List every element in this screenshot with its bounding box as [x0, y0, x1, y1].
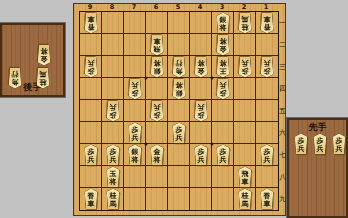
piece-kanji: 将 — [41, 47, 48, 55]
piece-kanji: 兵 — [336, 144, 343, 152]
piece-kanji: 将 — [220, 59, 227, 67]
piece-sente-99[interactable]: 香車 — [82, 189, 101, 210]
piece-kanji: 歩 — [154, 111, 161, 119]
cell-59[interactable] — [168, 188, 190, 210]
piece-gote-21[interactable]: 桂馬 — [236, 13, 255, 34]
file-label: 9 — [79, 4, 101, 11]
piece-kanji: 兵 — [110, 103, 117, 111]
piece-gote-62[interactable]: 飛車 — [148, 35, 167, 56]
cell-24[interactable] — [234, 78, 256, 100]
rank-label: 四 — [278, 78, 287, 100]
cell-44[interactable] — [190, 78, 212, 100]
cell-35[interactable] — [212, 100, 234, 122]
piece-kanji: 香 — [264, 23, 271, 31]
piece-sente-67[interactable]: 金将 — [148, 145, 167, 166]
piece-kanji: 車 — [264, 15, 271, 23]
rank-label: 二 — [278, 34, 287, 56]
cell-41[interactable] — [190, 12, 212, 34]
piece-kanji: 歩 — [198, 111, 205, 119]
piece-kanji: 歩 — [242, 67, 249, 75]
piece-kanji: 兵 — [176, 133, 183, 141]
cell-18[interactable] — [256, 166, 278, 188]
file-label: 1 — [255, 4, 277, 11]
file-label: 4 — [189, 4, 211, 11]
piece-kanji: 将 — [220, 37, 227, 45]
piece-sente-87[interactable]: 歩兵 — [104, 145, 123, 166]
cell-96[interactable] — [80, 122, 102, 144]
cell-71[interactable] — [124, 12, 146, 34]
hand-piece-sente-2[interactable]: 歩兵 — [330, 134, 348, 155]
cell-42[interactable] — [190, 34, 212, 56]
cell-95[interactable] — [80, 100, 102, 122]
piece-kanji: 角 — [176, 67, 183, 75]
cell-73[interactable] — [124, 56, 146, 78]
hand-piece-gote-0[interactable]: 金将 — [35, 45, 54, 66]
piece-kanji: 歩 — [132, 89, 139, 97]
piece-kanji: 兵 — [220, 81, 227, 89]
piece-kanji: 行 — [176, 59, 183, 67]
cell-84[interactable] — [102, 78, 124, 100]
piece-sente-89[interactable]: 桂馬 — [104, 189, 123, 210]
file-label: 8 — [101, 4, 123, 11]
rank-coordinates: 一二三四五六七八九 — [278, 12, 287, 210]
piece-kanji: 金 — [220, 45, 227, 53]
piece-kanji: 兵 — [88, 155, 95, 163]
file-coordinates: 987654321 — [79, 4, 277, 11]
cell-75[interactable] — [124, 100, 146, 122]
hand-piece-sente-0[interactable]: 歩兵 — [292, 134, 311, 155]
piece-kanji: 銀 — [154, 67, 161, 75]
gote-hand-stand: 後手 金将角行桂馬 — [0, 23, 65, 97]
piece-kanji: 将 — [110, 177, 117, 185]
sente-hand-stand: 先手 歩兵歩兵歩兵 — [287, 118, 348, 218]
cell-79[interactable] — [124, 188, 146, 210]
piece-gote-63[interactable]: 銀将 — [148, 57, 167, 78]
rank-label: 五 — [278, 100, 287, 122]
shogi-board: 987654321 一二三四五六七八九 香車銀将桂馬香車飛車金将歩兵銀将角行金将… — [73, 3, 286, 216]
cell-14[interactable] — [256, 78, 278, 100]
rank-label: 三 — [278, 56, 287, 78]
piece-gote-33[interactable]: 王将 — [214, 57, 233, 78]
hand-piece-sente-1[interactable]: 歩兵 — [311, 134, 330, 155]
piece-kanji: 将 — [132, 155, 139, 163]
piece-kanji: 銀 — [176, 89, 183, 97]
rank-label: 九 — [278, 188, 287, 210]
piece-kanji: 兵 — [132, 133, 139, 141]
piece-kanji: 将 — [154, 155, 161, 163]
piece-kanji: 車 — [88, 199, 95, 207]
cell-15[interactable] — [256, 100, 278, 122]
piece-sente-88[interactable]: 玉将 — [104, 167, 123, 188]
piece-kanji: 兵 — [220, 155, 227, 163]
piece-kanji: 将 — [154, 59, 161, 67]
cell-27[interactable] — [234, 144, 256, 166]
piece-kanji: 歩 — [88, 67, 95, 75]
cell-46[interactable] — [190, 122, 212, 144]
piece-gote-53[interactable]: 角行 — [170, 57, 189, 78]
piece-kanji: 飛 — [154, 45, 161, 53]
piece-kanji: 兵 — [154, 103, 161, 111]
piece-gote-85[interactable]: 歩兵 — [104, 101, 123, 122]
piece-kanji: 歩 — [110, 111, 117, 119]
cell-22[interactable] — [234, 34, 256, 56]
piece-gote-11[interactable]: 香車 — [258, 13, 277, 34]
cell-61[interactable] — [146, 12, 168, 34]
piece-gote-43[interactable]: 金将 — [192, 57, 211, 78]
rank-label: 六 — [278, 122, 287, 144]
cell-92[interactable] — [80, 34, 102, 56]
cell-25[interactable] — [234, 100, 256, 122]
piece-gote-45[interactable]: 歩兵 — [192, 101, 211, 122]
piece-kanji: 兵 — [88, 59, 95, 67]
piece-kanji: 歩 — [264, 67, 271, 75]
piece-kanji: 王 — [220, 67, 227, 75]
piece-kanji: 兵 — [198, 155, 205, 163]
cell-78[interactable] — [124, 166, 146, 188]
cell-86[interactable] — [102, 122, 124, 144]
piece-gote-74[interactable]: 歩兵 — [126, 79, 145, 100]
piece-kanji: 車 — [154, 37, 161, 45]
cell-26[interactable] — [234, 122, 256, 144]
rank-label: 一 — [278, 12, 287, 34]
file-label: 3 — [211, 4, 233, 11]
piece-kanji: 金 — [41, 55, 48, 63]
cell-69[interactable] — [146, 188, 168, 210]
piece-sente-19[interactable]: 香車 — [258, 189, 277, 210]
piece-sente-17[interactable]: 歩兵 — [258, 145, 277, 166]
piece-gote-65[interactable]: 歩兵 — [148, 101, 167, 122]
piece-sente-77[interactable]: 銀将 — [126, 145, 145, 166]
piece-kanji: 兵 — [132, 81, 139, 89]
piece-kanji: 歩 — [220, 89, 227, 97]
cell-58[interactable] — [168, 166, 190, 188]
piece-kanji: 兵 — [110, 155, 117, 163]
piece-gote-13[interactable]: 歩兵 — [258, 57, 277, 78]
piece-kanji: 角 — [12, 78, 19, 86]
piece-kanji: 将 — [198, 59, 205, 67]
cell-64[interactable] — [146, 78, 168, 100]
piece-gote-34[interactable]: 歩兵 — [214, 79, 233, 100]
hand-piece-gote-2[interactable]: 桂馬 — [34, 68, 53, 89]
piece-sente-28[interactable]: 飛車 — [236, 167, 255, 188]
cell-48[interactable] — [190, 166, 212, 188]
cell-66[interactable] — [146, 122, 168, 144]
cell-49[interactable] — [190, 188, 212, 210]
piece-kanji: 馬 — [40, 70, 47, 78]
cell-94[interactable] — [80, 78, 102, 100]
cell-55[interactable] — [168, 100, 190, 122]
piece-kanji: 車 — [88, 15, 95, 23]
cell-36[interactable] — [212, 122, 234, 144]
file-label: 2 — [233, 4, 255, 11]
piece-kanji: 馬 — [242, 199, 249, 207]
file-label: 6 — [145, 4, 167, 11]
piece-kanji: 桂 — [242, 23, 249, 31]
sente-label: 先手 — [289, 121, 346, 134]
cell-39[interactable] — [212, 188, 234, 210]
piece-gote-54[interactable]: 銀将 — [170, 79, 189, 100]
cell-57[interactable] — [168, 144, 190, 166]
piece-gote-32[interactable]: 金将 — [214, 35, 233, 56]
cell-51[interactable] — [168, 12, 190, 34]
piece-sente-47[interactable]: 歩兵 — [192, 145, 211, 166]
cell-16[interactable] — [256, 122, 278, 144]
cell-82[interactable] — [102, 34, 124, 56]
hand-piece-gote-1[interactable]: 角行 — [6, 68, 25, 89]
piece-kanji: 兵 — [198, 103, 205, 111]
piece-kanji: 香 — [88, 23, 95, 31]
piece-gote-93[interactable]: 歩兵 — [82, 57, 101, 78]
piece-kanji: 金 — [198, 67, 205, 75]
cell-81[interactable] — [102, 12, 124, 34]
piece-sente-37[interactable]: 歩兵 — [214, 145, 233, 166]
cell-52[interactable] — [168, 34, 190, 56]
piece-kanji: 車 — [242, 177, 249, 185]
piece-kanji: 兵 — [264, 155, 271, 163]
file-label: 7 — [123, 4, 145, 11]
cell-72[interactable] — [124, 34, 146, 56]
cell-83[interactable] — [102, 56, 124, 78]
rank-label: 八 — [278, 166, 287, 188]
piece-sente-31[interactable]: 銀将 — [214, 13, 233, 34]
piece-kanji: 兵 — [264, 59, 271, 67]
piece-kanji: 車 — [264, 199, 271, 207]
cell-98[interactable] — [80, 166, 102, 188]
piece-kanji: 兵 — [317, 144, 324, 152]
piece-sente-76[interactable]: 歩兵 — [126, 123, 145, 144]
rank-label: 七 — [278, 144, 287, 166]
piece-sente-97[interactable]: 歩兵 — [82, 145, 101, 166]
piece-kanji: 馬 — [242, 15, 249, 23]
file-label: 5 — [167, 4, 189, 11]
piece-gote-91[interactable]: 香車 — [82, 13, 101, 34]
cell-38[interactable] — [212, 166, 234, 188]
piece-kanji: 馬 — [110, 199, 117, 207]
piece-sente-29[interactable]: 桂馬 — [236, 189, 255, 210]
piece-kanji: 兵 — [242, 59, 249, 67]
piece-kanji: 兵 — [298, 144, 305, 152]
piece-sente-56[interactable]: 歩兵 — [170, 123, 189, 144]
piece-kanji: 将 — [220, 23, 227, 31]
piece-kanji: 将 — [176, 81, 183, 89]
piece-kanji: 行 — [12, 70, 19, 78]
cell-12[interactable] — [256, 34, 278, 56]
cell-68[interactable] — [146, 166, 168, 188]
piece-kanji: 桂 — [40, 78, 47, 86]
piece-gote-23[interactable]: 歩兵 — [236, 57, 255, 78]
